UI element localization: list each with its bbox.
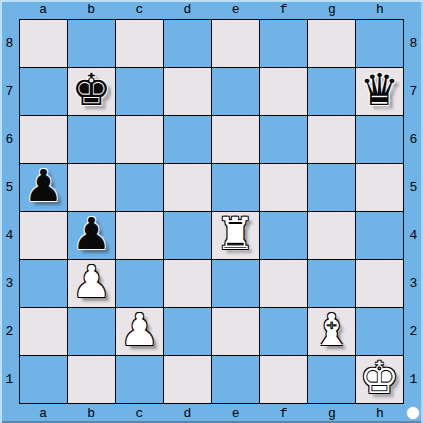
square-a5[interactable]: ♟ — [20, 164, 67, 211]
board: ♚♛♟♟♜♟♟♝♚ — [19, 19, 404, 404]
file-label: f — [260, 404, 308, 423]
rank-label: 8 — [0, 19, 19, 67]
file-label: c — [115, 404, 163, 423]
square-d2[interactable] — [164, 308, 211, 355]
square-e5[interactable] — [212, 164, 259, 211]
file-label: h — [356, 0, 404, 19]
square-e7[interactable] — [212, 68, 259, 115]
square-a3[interactable] — [20, 260, 67, 307]
square-c5[interactable] — [116, 164, 163, 211]
file-labels-top: abcdefgh — [19, 0, 404, 19]
square-c8[interactable] — [116, 20, 163, 67]
square-e1[interactable] — [212, 356, 259, 403]
chess-board-frame: abcdefgh abcdefgh 87654321 87654321 ♚♛♟♟… — [0, 0, 423, 423]
square-g1[interactable] — [308, 356, 355, 403]
square-f1[interactable] — [260, 356, 307, 403]
square-a6[interactable] — [20, 116, 67, 163]
file-label: c — [115, 0, 163, 19]
square-f6[interactable] — [260, 116, 307, 163]
square-b7[interactable]: ♚ — [68, 68, 115, 115]
square-b6[interactable] — [68, 116, 115, 163]
file-label: d — [163, 404, 211, 423]
rank-label: 1 — [404, 356, 423, 404]
file-label: g — [308, 404, 356, 423]
rank-label: 1 — [0, 356, 19, 404]
square-f4[interactable] — [260, 212, 307, 259]
rank-label: 3 — [0, 260, 19, 308]
rank-label: 2 — [0, 308, 19, 356]
white-bishop[interactable]: ♝ — [312, 306, 351, 353]
square-g8[interactable] — [308, 20, 355, 67]
square-f8[interactable] — [260, 20, 307, 67]
rank-label: 7 — [0, 67, 19, 115]
rank-label: 7 — [404, 67, 423, 115]
square-h1[interactable]: ♚ — [356, 356, 403, 403]
square-d8[interactable] — [164, 20, 211, 67]
rank-label: 4 — [0, 212, 19, 260]
square-h2[interactable] — [356, 308, 403, 355]
square-f5[interactable] — [260, 164, 307, 211]
square-b8[interactable] — [68, 20, 115, 67]
file-label: e — [212, 404, 260, 423]
file-label: d — [163, 0, 211, 19]
square-d6[interactable] — [164, 116, 211, 163]
square-c2[interactable]: ♟ — [116, 308, 163, 355]
square-h8[interactable] — [356, 20, 403, 67]
square-d7[interactable] — [164, 68, 211, 115]
square-a2[interactable] — [20, 308, 67, 355]
square-b1[interactable] — [68, 356, 115, 403]
square-h3[interactable] — [356, 260, 403, 307]
square-e2[interactable] — [212, 308, 259, 355]
black-pawn[interactable]: ♟ — [24, 162, 63, 209]
square-g4[interactable] — [308, 212, 355, 259]
square-h5[interactable] — [356, 164, 403, 211]
rank-labels-left: 87654321 — [0, 19, 19, 404]
file-label: g — [308, 0, 356, 19]
rank-label: 4 — [404, 212, 423, 260]
white-to-move-indicator — [406, 406, 420, 420]
rank-labels-right: 87654321 — [404, 19, 423, 404]
square-h4[interactable] — [356, 212, 403, 259]
black-queen[interactable]: ♛ — [360, 66, 399, 113]
white-rook[interactable]: ♜ — [216, 210, 255, 257]
square-g7[interactable] — [308, 68, 355, 115]
square-d5[interactable] — [164, 164, 211, 211]
file-label: a — [19, 404, 67, 423]
file-label: e — [212, 0, 260, 19]
square-e4[interactable]: ♜ — [212, 212, 259, 259]
square-g6[interactable] — [308, 116, 355, 163]
square-e6[interactable] — [212, 116, 259, 163]
square-d4[interactable] — [164, 212, 211, 259]
square-c1[interactable] — [116, 356, 163, 403]
square-b5[interactable] — [68, 164, 115, 211]
file-label: h — [356, 404, 404, 423]
rank-label: 3 — [404, 260, 423, 308]
square-a1[interactable] — [20, 356, 67, 403]
square-b2[interactable] — [68, 308, 115, 355]
square-g2[interactable]: ♝ — [308, 308, 355, 355]
rank-label: 6 — [0, 115, 19, 163]
square-a7[interactable] — [20, 68, 67, 115]
file-label: b — [67, 0, 115, 19]
square-a4[interactable] — [20, 212, 67, 259]
square-g3[interactable] — [308, 260, 355, 307]
square-c3[interactable] — [116, 260, 163, 307]
square-c6[interactable] — [116, 116, 163, 163]
square-c4[interactable] — [116, 212, 163, 259]
file-label: f — [260, 0, 308, 19]
rank-label: 8 — [404, 19, 423, 67]
square-h7[interactable]: ♛ — [356, 68, 403, 115]
rank-label: 5 — [404, 163, 423, 211]
square-f3[interactable] — [260, 260, 307, 307]
square-e3[interactable] — [212, 260, 259, 307]
square-b3[interactable]: ♟ — [68, 260, 115, 307]
square-d1[interactable] — [164, 356, 211, 403]
square-d3[interactable] — [164, 260, 211, 307]
rank-label: 2 — [404, 308, 423, 356]
black-pawn[interactable]: ♟ — [72, 210, 111, 257]
white-pawn[interactable]: ♟ — [72, 258, 111, 305]
rank-label: 5 — [0, 163, 19, 211]
square-g5[interactable] — [308, 164, 355, 211]
black-king[interactable]: ♚ — [72, 66, 111, 113]
square-c7[interactable] — [116, 68, 163, 115]
square-f7[interactable] — [260, 68, 307, 115]
file-labels-bottom: abcdefgh — [19, 404, 404, 423]
square-f2[interactable] — [260, 308, 307, 355]
square-h6[interactable] — [356, 116, 403, 163]
file-label: a — [19, 0, 67, 19]
file-label: b — [67, 404, 115, 423]
square-e8[interactable] — [212, 20, 259, 67]
white-king[interactable]: ♚ — [360, 354, 399, 401]
rank-label: 6 — [404, 115, 423, 163]
white-pawn[interactable]: ♟ — [120, 306, 159, 353]
square-a8[interactable] — [20, 20, 67, 67]
square-b4[interactable]: ♟ — [68, 212, 115, 259]
